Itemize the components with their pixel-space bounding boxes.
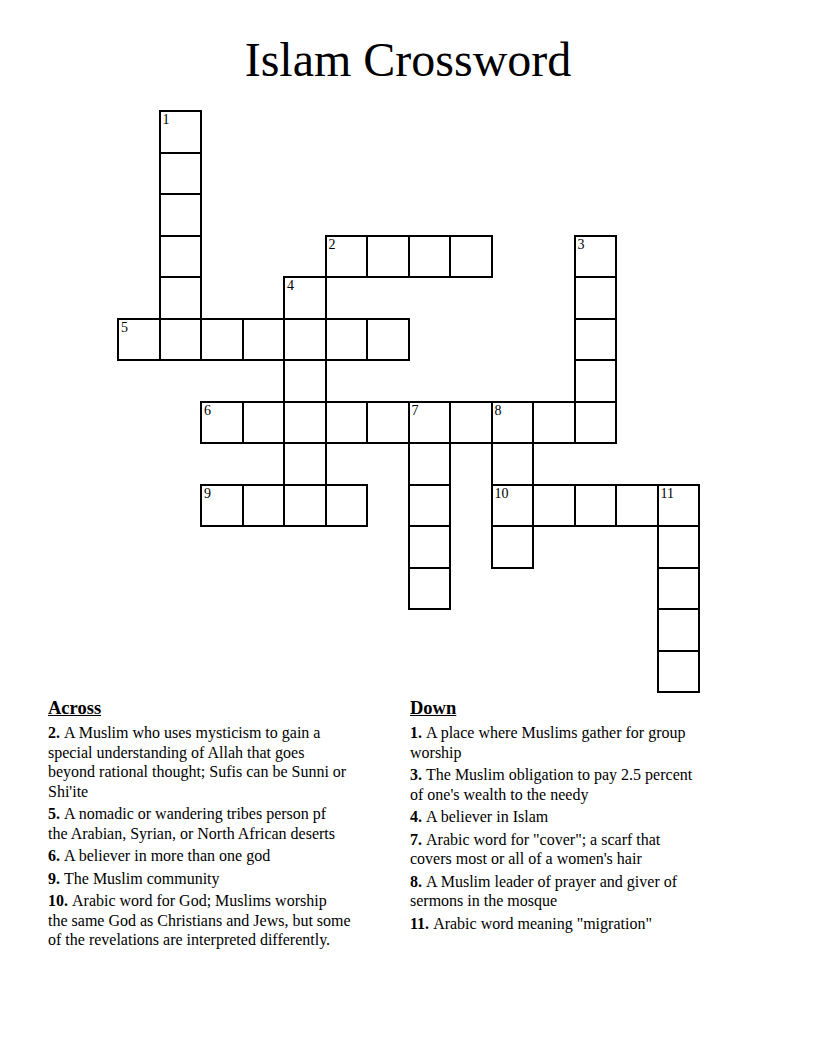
- grid-cell[interactable]: [615, 484, 659, 528]
- grid-cell[interactable]: [366, 401, 410, 445]
- grid-cell[interactable]: [325, 401, 369, 445]
- clue-text: Arabic word for God; Muslims worship the…: [48, 892, 351, 948]
- grid-cell[interactable]: 11: [657, 484, 701, 528]
- clue-across-2: 2. A Muslim who uses mysticism to gain a…: [48, 723, 420, 801]
- grid-cell[interactable]: 2: [325, 235, 369, 279]
- grid-cell[interactable]: [449, 401, 493, 445]
- grid-cell[interactable]: [532, 484, 576, 528]
- clue-number: 1.: [410, 724, 426, 741]
- grid-cell[interactable]: [200, 318, 244, 362]
- grid-cell[interactable]: [283, 484, 327, 528]
- cell-number: 6: [204, 403, 211, 418]
- grid-cell[interactable]: 3: [574, 235, 618, 279]
- cell-number: 7: [412, 403, 419, 418]
- grid-cell[interactable]: [657, 650, 701, 694]
- clue-down-3: 3. The Muslim obligation to pay 2.5 perc…: [410, 765, 762, 804]
- grid-cell[interactable]: [242, 484, 286, 528]
- clue-down-11: 11. Arabic word meaning "migration": [410, 914, 762, 934]
- cell-number: 5: [121, 320, 128, 335]
- clue-number: 2.: [48, 724, 64, 741]
- clue-number: 6.: [48, 847, 64, 864]
- clue-number: 5.: [48, 805, 64, 822]
- clue-text: A Muslim leader of prayer and giver of s…: [410, 873, 677, 910]
- grid-cell[interactable]: [283, 318, 327, 362]
- clue-number: 10.: [48, 892, 72, 909]
- crossword-grid: 1234567891011: [117, 110, 698, 691]
- grid-cell[interactable]: [408, 235, 452, 279]
- clue-text: A believer in more than one god: [64, 847, 270, 864]
- clue-number: 4.: [410, 808, 426, 825]
- cell-number: 2: [329, 237, 336, 252]
- grid-cell[interactable]: [283, 442, 327, 486]
- grid-cell[interactable]: 6: [200, 401, 244, 445]
- clue-number: 8.: [410, 873, 426, 890]
- down-clue-list: 1. A place where Muslims gather for grou…: [410, 723, 762, 933]
- crossword-worksheet-page: Islam Crossword 1234567891011 Across 2. …: [0, 0, 816, 1056]
- grid-cell[interactable]: 1: [159, 110, 203, 154]
- grid-cell[interactable]: [159, 276, 203, 320]
- clue-text: The Muslim obligation to pay 2.5 percent…: [410, 766, 692, 803]
- grid-cell[interactable]: [574, 484, 618, 528]
- grid-cell[interactable]: [242, 401, 286, 445]
- grid-cell[interactable]: [408, 484, 452, 528]
- grid-cell[interactable]: [159, 318, 203, 362]
- grid-cell[interactable]: [657, 525, 701, 569]
- cell-number: 11: [661, 486, 674, 501]
- across-heading: Across: [48, 698, 420, 719]
- cell-number: 10: [495, 486, 509, 501]
- grid-cell[interactable]: [159, 193, 203, 237]
- clue-down-7: 7. Arabic word for "cover"; a scarf that…: [410, 830, 762, 869]
- grid-cell[interactable]: [574, 318, 618, 362]
- clue-number: 7.: [410, 831, 426, 848]
- clue-text: The Muslim community: [64, 870, 220, 887]
- grid-cell[interactable]: [325, 318, 369, 362]
- clue-text: A believer in Islam: [426, 808, 548, 825]
- cell-number: 3: [578, 237, 585, 252]
- grid-cell[interactable]: 4: [283, 276, 327, 320]
- down-heading: Down: [410, 698, 762, 719]
- grid-cell[interactable]: [657, 567, 701, 611]
- clue-across-6: 6. A believer in more than one god: [48, 846, 420, 866]
- clue-number: 11.: [410, 915, 433, 932]
- clue-text: Arabic word for "cover"; a scarf that co…: [410, 831, 660, 868]
- across-clues-section: Across 2. A Muslim who uses mysticism to…: [48, 698, 420, 953]
- across-clue-list: 2. A Muslim who uses mysticism to gain a…: [48, 723, 420, 950]
- grid-cell[interactable]: [449, 235, 493, 279]
- grid-cell[interactable]: 5: [117, 318, 161, 362]
- grid-cell[interactable]: [574, 276, 618, 320]
- grid-cell[interactable]: [283, 359, 327, 403]
- grid-cell[interactable]: [242, 318, 286, 362]
- clue-across-9: 9. The Muslim community: [48, 869, 420, 889]
- grid-cell[interactable]: 7: [408, 401, 452, 445]
- clue-down-8: 8. A Muslim leader of prayer and giver o…: [410, 872, 762, 911]
- clue-down-4: 4. A believer in Islam: [410, 807, 762, 827]
- grid-cell[interactable]: 10: [491, 484, 535, 528]
- grid-cell[interactable]: [283, 401, 327, 445]
- cell-number: 9: [204, 486, 211, 501]
- clue-across-5: 5. A nomadic or wandering tribes person …: [48, 804, 420, 843]
- grid-cell[interactable]: [408, 567, 452, 611]
- grid-cell[interactable]: [574, 401, 618, 445]
- page-title: Islam Crossword: [0, 34, 816, 87]
- grid-cell[interactable]: [366, 318, 410, 362]
- grid-cell[interactable]: [159, 235, 203, 279]
- cell-number: 8: [495, 403, 502, 418]
- clue-text: A Muslim who uses mysticism to gain a sp…: [48, 724, 346, 800]
- grid-cell[interactable]: [532, 401, 576, 445]
- grid-cell[interactable]: [657, 608, 701, 652]
- clue-text: A place where Muslims gather for group w…: [410, 724, 685, 761]
- cell-number: 4: [287, 278, 294, 293]
- clue-down-1: 1. A place where Muslims gather for grou…: [410, 723, 762, 762]
- cell-number: 1: [163, 112, 170, 127]
- grid-cell[interactable]: [491, 442, 535, 486]
- grid-cell[interactable]: [491, 525, 535, 569]
- grid-cell[interactable]: [325, 484, 369, 528]
- clue-text: Arabic word meaning "migration": [433, 915, 652, 932]
- clue-across-10: 10. Arabic word for God; Muslims worship…: [48, 891, 420, 950]
- clue-number: 3.: [410, 766, 426, 783]
- grid-cell[interactable]: [574, 359, 618, 403]
- clue-text: A nomadic or wandering tribes person pf …: [48, 805, 335, 842]
- grid-cell[interactable]: 9: [200, 484, 244, 528]
- clue-number: 9.: [48, 870, 64, 887]
- grid-cell[interactable]: [159, 152, 203, 196]
- grid-cell[interactable]: 8: [491, 401, 535, 445]
- grid-cell[interactable]: [366, 235, 410, 279]
- down-clues-section: Down 1. A place where Muslims gather for…: [410, 698, 762, 936]
- grid-cell[interactable]: [408, 442, 452, 486]
- grid-cell[interactable]: [408, 525, 452, 569]
